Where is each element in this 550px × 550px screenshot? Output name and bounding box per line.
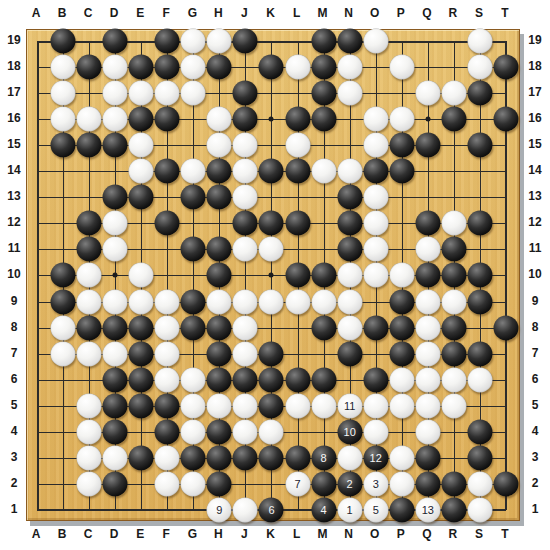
stone-white-H9[interactable]	[207, 289, 232, 314]
stone-black-M18[interactable]	[311, 55, 336, 80]
stone-white-J7[interactable]	[233, 341, 258, 366]
stone-white-L5[interactable]	[285, 393, 310, 418]
stone-black-H14[interactable]	[207, 159, 232, 184]
stone-white-Q6[interactable]	[415, 367, 440, 392]
row-label-right-2: 2	[524, 476, 546, 490]
stone-white-N1[interactable]: 1	[337, 497, 362, 522]
stone-white-N9[interactable]	[337, 289, 362, 314]
stone-black-C18[interactable]	[77, 55, 102, 80]
col-label-bottom-K: K	[259, 527, 281, 541]
row-label-right-10: 10	[524, 267, 546, 281]
col-label-top-G: G	[181, 6, 203, 20]
stone-black-D13[interactable]	[103, 185, 128, 210]
col-label-top-O: O	[364, 6, 386, 20]
stone-black-D2[interactable]	[103, 471, 128, 496]
move-number-10: 10	[344, 426, 356, 437]
stone-black-L10[interactable]	[285, 263, 310, 288]
stone-white-N3[interactable]	[337, 445, 362, 470]
stone-white-H1[interactable]: 9	[207, 497, 232, 522]
col-label-top-P: P	[390, 6, 412, 20]
stone-black-Q15[interactable]	[415, 133, 440, 158]
stone-white-O5[interactable]	[363, 393, 388, 418]
stone-white-N10[interactable]	[337, 263, 362, 288]
stone-white-H16[interactable]	[207, 107, 232, 132]
stone-black-O14[interactable]	[363, 159, 388, 184]
stone-white-J13[interactable]	[233, 185, 258, 210]
stone-black-H10[interactable]	[207, 263, 232, 288]
stone-white-P10[interactable]	[389, 263, 414, 288]
stone-white-C10[interactable]	[77, 263, 102, 288]
row-label-left-3: 3	[3, 450, 25, 464]
stone-black-P7[interactable]	[389, 341, 414, 366]
stone-white-D16[interactable]	[103, 107, 128, 132]
stone-black-D15[interactable]	[103, 133, 128, 158]
stone-black-F14[interactable]	[155, 159, 180, 184]
row-label-right-11: 11	[524, 241, 546, 255]
stone-black-S12[interactable]	[467, 211, 492, 236]
stone-white-C4[interactable]	[77, 419, 102, 444]
row-label-left-5: 5	[3, 398, 25, 412]
stone-black-H6[interactable]	[207, 367, 232, 392]
stone-white-K11[interactable]	[259, 237, 284, 262]
stone-black-K6[interactable]	[259, 367, 284, 392]
stone-white-H15[interactable]	[207, 133, 232, 158]
go-board[interactable]: 11108127239641513	[26, 29, 520, 521]
col-label-bottom-S: S	[468, 527, 490, 541]
stone-white-F3[interactable]	[155, 445, 180, 470]
col-label-top-B: B	[51, 6, 73, 20]
stone-white-L2[interactable]: 7	[285, 471, 310, 496]
row-label-left-15: 15	[3, 137, 25, 151]
stone-black-L16[interactable]	[285, 107, 310, 132]
stone-black-G8[interactable]	[181, 315, 206, 340]
stone-black-P9[interactable]	[389, 289, 414, 314]
stone-black-J19[interactable]	[233, 29, 258, 54]
stone-white-H19[interactable]	[207, 29, 232, 54]
stone-black-F19[interactable]	[155, 29, 180, 54]
row-label-right-19: 19	[524, 33, 546, 47]
stone-white-S18[interactable]	[467, 55, 492, 80]
col-label-bottom-B: B	[51, 527, 73, 541]
stone-black-K3[interactable]	[259, 445, 284, 470]
stone-white-S19[interactable]	[467, 29, 492, 54]
stone-black-S7[interactable]	[467, 341, 492, 366]
stone-white-M5[interactable]	[311, 393, 336, 418]
stone-black-P14[interactable]	[389, 159, 414, 184]
stone-white-D12[interactable]	[103, 211, 128, 236]
stone-black-T16[interactable]	[493, 107, 518, 132]
stone-black-E8[interactable]	[129, 315, 154, 340]
stone-white-Q8[interactable]	[415, 315, 440, 340]
stone-white-L15[interactable]	[285, 133, 310, 158]
stone-white-O16[interactable]	[363, 107, 388, 132]
stone-white-B8[interactable]	[51, 315, 76, 340]
row-label-left-4: 4	[3, 424, 25, 438]
stone-white-N5[interactable]: 11	[337, 393, 362, 418]
stone-white-S2[interactable]	[467, 471, 492, 496]
stone-black-S4[interactable]	[467, 419, 492, 444]
row-label-right-15: 15	[524, 137, 546, 151]
stone-white-J15[interactable]	[233, 133, 258, 158]
stone-white-G14[interactable]	[181, 159, 206, 184]
stone-white-O10[interactable]	[363, 263, 388, 288]
stone-black-B9[interactable]	[51, 289, 76, 314]
stone-white-L9[interactable]	[285, 289, 310, 314]
col-label-top-T: T	[494, 6, 516, 20]
stone-black-P15[interactable]	[389, 133, 414, 158]
col-label-bottom-F: F	[155, 527, 177, 541]
col-label-top-C: C	[77, 6, 99, 20]
stone-black-H8[interactable]	[207, 315, 232, 340]
stone-black-R8[interactable]	[441, 315, 466, 340]
stone-black-Q10[interactable]	[415, 263, 440, 288]
move-number-12: 12	[370, 452, 382, 463]
stone-white-P18[interactable]	[389, 55, 414, 80]
stone-black-L14[interactable]	[285, 159, 310, 184]
stone-white-R17[interactable]	[441, 81, 466, 106]
stone-white-O12[interactable]	[363, 211, 388, 236]
stone-black-D6[interactable]	[103, 367, 128, 392]
col-label-bottom-O: O	[364, 527, 386, 541]
row-label-right-6: 6	[524, 372, 546, 386]
move-number-5: 5	[373, 504, 379, 515]
stone-black-D5[interactable]	[103, 393, 128, 418]
stone-white-G4[interactable]	[181, 419, 206, 444]
stone-white-G6[interactable]	[181, 367, 206, 392]
stone-black-N11[interactable]	[337, 237, 362, 262]
stone-white-B16[interactable]	[51, 107, 76, 132]
stone-black-R1[interactable]	[441, 497, 466, 522]
move-number-3: 3	[373, 478, 379, 489]
stone-white-P2[interactable]	[389, 471, 414, 496]
stone-black-M2[interactable]	[311, 471, 336, 496]
col-label-bottom-H: H	[207, 527, 229, 541]
stone-black-H18[interactable]	[207, 55, 232, 80]
stone-white-C16[interactable]	[77, 107, 102, 132]
row-label-left-18: 18	[3, 59, 25, 73]
stone-white-E15[interactable]	[129, 133, 154, 158]
stone-black-N19[interactable]	[337, 29, 362, 54]
stone-white-D9[interactable]	[103, 289, 128, 314]
stone-black-D4[interactable]	[103, 419, 128, 444]
stone-white-P5[interactable]	[389, 393, 414, 418]
stone-black-K5[interactable]	[259, 393, 284, 418]
stone-black-O8[interactable]	[363, 315, 388, 340]
stone-black-M10[interactable]	[311, 263, 336, 288]
stone-black-M19[interactable]	[311, 29, 336, 54]
stone-white-F9[interactable]	[155, 289, 180, 314]
stone-black-Q2[interactable]	[415, 471, 440, 496]
stone-black-G13[interactable]	[181, 185, 206, 210]
stone-black-R11[interactable]	[441, 237, 466, 262]
col-label-top-N: N	[338, 6, 360, 20]
stone-white-D18[interactable]	[103, 55, 128, 80]
stone-black-C12[interactable]	[77, 211, 102, 236]
row-label-right-16: 16	[524, 111, 546, 125]
stone-white-C2[interactable]	[77, 471, 102, 496]
stone-black-S10[interactable]	[467, 263, 492, 288]
stone-black-T2[interactable]	[493, 471, 518, 496]
stone-black-H2[interactable]	[207, 471, 232, 496]
stone-black-C15[interactable]	[77, 133, 102, 158]
col-label-bottom-M: M	[312, 527, 334, 541]
stone-black-F5[interactable]	[155, 393, 180, 418]
stone-white-D17[interactable]	[103, 81, 128, 106]
stone-black-O3[interactable]: 12	[363, 445, 388, 470]
stone-white-R5[interactable]	[441, 393, 466, 418]
stone-black-H4[interactable]	[207, 419, 232, 444]
stone-black-N7[interactable]	[337, 341, 362, 366]
stone-white-M14[interactable]	[311, 159, 336, 184]
row-label-right-18: 18	[524, 59, 546, 73]
star-point-Q16	[425, 117, 430, 122]
move-number-13: 13	[422, 504, 434, 515]
stone-black-E6[interactable]	[129, 367, 154, 392]
stone-black-M1[interactable]: 4	[311, 497, 336, 522]
stone-black-B10[interactable]	[51, 263, 76, 288]
stone-black-S3[interactable]	[467, 445, 492, 470]
row-label-right-17: 17	[524, 85, 546, 99]
stone-white-L18[interactable]	[285, 55, 310, 80]
stone-white-O15[interactable]	[363, 133, 388, 158]
stone-black-R10[interactable]	[441, 263, 466, 288]
stone-white-P16[interactable]	[389, 107, 414, 132]
col-label-top-H: H	[207, 6, 229, 20]
stone-black-K7[interactable]	[259, 341, 284, 366]
stone-black-B19[interactable]	[51, 29, 76, 54]
stone-black-T8[interactable]	[493, 315, 518, 340]
stone-white-E17[interactable]	[129, 81, 154, 106]
stone-black-H7[interactable]	[207, 341, 232, 366]
stone-white-O13[interactable]	[363, 185, 388, 210]
move-number-8: 8	[321, 452, 327, 463]
stone-white-Q9[interactable]	[415, 289, 440, 314]
col-label-bottom-N: N	[338, 527, 360, 541]
stone-black-K12[interactable]	[259, 211, 284, 236]
row-label-left-7: 7	[3, 346, 25, 360]
board-grid[interactable]: 11108127239641513	[37, 41, 506, 510]
stone-black-C8[interactable]	[77, 315, 102, 340]
stone-white-J9[interactable]	[233, 289, 258, 314]
stone-black-S17[interactable]	[467, 81, 492, 106]
stone-black-E16[interactable]	[129, 107, 154, 132]
stone-white-S6[interactable]	[467, 367, 492, 392]
stone-black-F4[interactable]	[155, 419, 180, 444]
stone-black-P1[interactable]	[389, 497, 414, 522]
row-label-right-1: 1	[524, 502, 546, 516]
stone-white-S1[interactable]	[467, 497, 492, 522]
stone-black-J6[interactable]	[233, 367, 258, 392]
star-point-K16	[269, 117, 274, 122]
stone-white-C5[interactable]	[77, 393, 102, 418]
stone-black-K1[interactable]: 6	[259, 497, 284, 522]
stone-black-O6[interactable]	[363, 367, 388, 392]
stone-white-H5[interactable]	[207, 393, 232, 418]
stone-white-O11[interactable]	[363, 237, 388, 262]
stone-black-B15[interactable]	[51, 133, 76, 158]
stone-black-N13[interactable]	[337, 185, 362, 210]
stone-white-N8[interactable]	[337, 315, 362, 340]
stone-white-Q11[interactable]	[415, 237, 440, 262]
stone-white-Q5[interactable]	[415, 393, 440, 418]
row-label-left-16: 16	[3, 111, 25, 125]
stone-white-E9[interactable]	[129, 289, 154, 314]
row-label-right-13: 13	[524, 189, 546, 203]
stone-white-C9[interactable]	[77, 289, 102, 314]
row-label-left-11: 11	[3, 241, 25, 255]
stone-white-B17[interactable]	[51, 81, 76, 106]
stone-black-L3[interactable]	[285, 445, 310, 470]
stone-black-H13[interactable]	[207, 185, 232, 210]
star-point-K10	[269, 273, 274, 278]
stone-black-M3[interactable]: 8	[311, 445, 336, 470]
row-label-left-19: 19	[3, 33, 25, 47]
stone-black-M17[interactable]	[311, 81, 336, 106]
stone-black-H11[interactable]	[207, 237, 232, 262]
stone-white-Q7[interactable]	[415, 341, 440, 366]
stone-black-G11[interactable]	[181, 237, 206, 262]
stone-black-M16[interactable]	[311, 107, 336, 132]
stone-black-H3[interactable]	[207, 445, 232, 470]
stone-white-Q4[interactable]	[415, 419, 440, 444]
stone-black-E18[interactable]	[129, 55, 154, 80]
stone-black-S15[interactable]	[467, 133, 492, 158]
stone-white-Q1[interactable]: 13	[415, 497, 440, 522]
stone-white-J14[interactable]	[233, 159, 258, 184]
stone-white-K4[interactable]	[259, 419, 284, 444]
stone-black-P8[interactable]	[389, 315, 414, 340]
stone-black-R2[interactable]	[441, 471, 466, 496]
col-label-bottom-J: J	[233, 527, 255, 541]
move-number-11: 11	[344, 400, 355, 411]
move-number-6: 6	[268, 504, 274, 515]
stone-black-K18[interactable]	[259, 55, 284, 80]
stone-black-L12[interactable]	[285, 211, 310, 236]
stone-black-T18[interactable]	[493, 55, 518, 80]
stone-white-K9[interactable]	[259, 289, 284, 314]
stone-white-N18[interactable]	[337, 55, 362, 80]
col-label-bottom-C: C	[77, 527, 99, 541]
stone-black-R7[interactable]	[441, 341, 466, 366]
stone-white-C3[interactable]	[77, 445, 102, 470]
stone-black-L6[interactable]	[285, 367, 310, 392]
stone-black-J17[interactable]	[233, 81, 258, 106]
stone-white-G17[interactable]	[181, 81, 206, 106]
stone-white-P3[interactable]	[389, 445, 414, 470]
stone-white-D7[interactable]	[103, 341, 128, 366]
stone-white-B7[interactable]	[51, 341, 76, 366]
stone-white-F2[interactable]	[155, 471, 180, 496]
row-label-right-5: 5	[524, 398, 546, 412]
stone-black-J12[interactable]	[233, 211, 258, 236]
stone-black-S9[interactable]	[467, 289, 492, 314]
stone-white-J1[interactable]	[233, 497, 258, 522]
stone-black-F16[interactable]	[155, 107, 180, 132]
col-label-bottom-T: T	[494, 527, 516, 541]
stone-black-F12[interactable]	[155, 211, 180, 236]
stone-white-B18[interactable]	[51, 55, 76, 80]
col-label-bottom-L: L	[286, 527, 308, 541]
stone-black-E13[interactable]	[129, 185, 154, 210]
stone-black-D8[interactable]	[103, 315, 128, 340]
stone-black-N4[interactable]: 10	[337, 419, 362, 444]
stone-black-J3[interactable]	[233, 445, 258, 470]
stone-white-F8[interactable]	[155, 315, 180, 340]
stone-white-D11[interactable]	[103, 237, 128, 262]
stone-black-E3[interactable]	[129, 445, 154, 470]
stone-white-N17[interactable]	[337, 81, 362, 106]
stone-white-R9[interactable]	[441, 289, 466, 314]
stone-white-O2[interactable]: 3	[363, 471, 388, 496]
stone-white-P6[interactable]	[389, 367, 414, 392]
row-label-right-3: 3	[524, 450, 546, 464]
stone-white-E14[interactable]	[129, 159, 154, 184]
stone-white-J5[interactable]	[233, 393, 258, 418]
stone-white-G5[interactable]	[181, 393, 206, 418]
col-label-top-D: D	[103, 6, 125, 20]
stone-black-F18[interactable]	[155, 55, 180, 80]
col-label-bottom-G: G	[181, 527, 203, 541]
stone-white-D3[interactable]	[103, 445, 128, 470]
stone-black-N12[interactable]	[337, 211, 362, 236]
stone-white-G18[interactable]	[181, 55, 206, 80]
stone-black-M6[interactable]	[311, 367, 336, 392]
stone-black-D19[interactable]	[103, 29, 128, 54]
stone-white-F17[interactable]	[155, 81, 180, 106]
move-number-9: 9	[216, 504, 222, 515]
stone-black-G9[interactable]	[181, 289, 206, 314]
row-label-left-8: 8	[3, 320, 25, 334]
stone-black-Q3[interactable]	[415, 445, 440, 470]
stone-white-J4[interactable]	[233, 419, 258, 444]
stone-black-K14[interactable]	[259, 159, 284, 184]
col-label-top-S: S	[468, 6, 490, 20]
stone-white-C7[interactable]	[77, 341, 102, 366]
stone-black-J16[interactable]	[233, 107, 258, 132]
stone-black-E7[interactable]	[129, 341, 154, 366]
stone-white-M9[interactable]	[311, 289, 336, 314]
stone-black-N2[interactable]: 2	[337, 471, 362, 496]
stone-black-M8[interactable]	[311, 315, 336, 340]
stone-white-J11[interactable]	[233, 237, 258, 262]
col-label-bottom-R: R	[442, 527, 464, 541]
stone-white-F6[interactable]	[155, 367, 180, 392]
stone-black-C11[interactable]	[77, 237, 102, 262]
stone-white-Q17[interactable]	[415, 81, 440, 106]
move-number-1: 1	[347, 504, 353, 515]
stone-white-G19[interactable]	[181, 29, 206, 54]
stone-black-G3[interactable]	[181, 445, 206, 470]
stone-white-O1[interactable]: 5	[363, 497, 388, 522]
row-label-left-1: 1	[3, 502, 25, 516]
row-label-right-4: 4	[524, 424, 546, 438]
col-label-top-R: R	[442, 6, 464, 20]
stone-white-N14[interactable]	[337, 159, 362, 184]
stone-white-J8[interactable]	[233, 315, 258, 340]
stone-black-Q12[interactable]	[415, 211, 440, 236]
stone-white-O19[interactable]	[363, 29, 388, 54]
stone-black-E5[interactable]	[129, 393, 154, 418]
stone-white-R12[interactable]	[441, 211, 466, 236]
stone-white-E10[interactable]	[129, 263, 154, 288]
col-label-top-M: M	[312, 6, 334, 20]
stone-white-O4[interactable]	[363, 419, 388, 444]
stone-white-F7[interactable]	[155, 341, 180, 366]
stone-white-R6[interactable]	[441, 367, 466, 392]
col-label-bottom-D: D	[103, 527, 125, 541]
stone-black-R16[interactable]	[441, 107, 466, 132]
stone-white-G2[interactable]	[181, 471, 206, 496]
